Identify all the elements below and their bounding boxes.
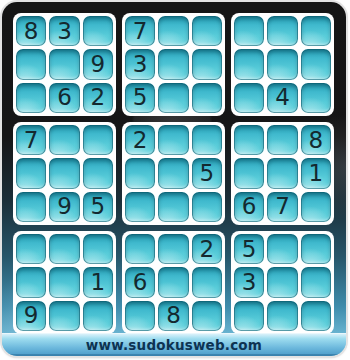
- cell-r1c1[interactable]: 8: [16, 16, 46, 46]
- cell-r9c4[interactable]: [125, 301, 155, 331]
- cell-r9c1[interactable]: 9: [16, 301, 46, 331]
- cell-r6c8[interactable]: 7: [267, 192, 297, 222]
- cell-r4c1[interactable]: 7: [16, 125, 46, 155]
- cell-r5c9[interactable]: 1: [301, 158, 331, 188]
- cell-r9c7[interactable]: [234, 301, 264, 331]
- box-6: 8167: [231, 122, 334, 225]
- cell-r2c3[interactable]: 9: [83, 49, 113, 79]
- cell-r5c1[interactable]: [16, 158, 46, 188]
- cell-r3c7[interactable]: [234, 83, 264, 113]
- cell-r3c3[interactable]: 2: [83, 83, 113, 113]
- cell-r8c9[interactable]: [301, 267, 331, 297]
- box-4: 795: [13, 122, 116, 225]
- cell-r1c3[interactable]: [83, 16, 113, 46]
- cell-r8c8[interactable]: [267, 267, 297, 297]
- cell-r7c3[interactable]: [83, 234, 113, 264]
- cell-r4c6[interactable]: [192, 125, 222, 155]
- cell-r5c7[interactable]: [234, 158, 264, 188]
- box-3: 4: [231, 13, 334, 116]
- cell-r5c2[interactable]: [49, 158, 79, 188]
- cell-r3c6[interactable]: [192, 83, 222, 113]
- cell-r6c7[interactable]: 6: [234, 192, 264, 222]
- cell-r4c5[interactable]: [158, 125, 188, 155]
- cell-r4c4[interactable]: 2: [125, 125, 155, 155]
- cell-r1c2[interactable]: 3: [49, 16, 79, 46]
- cell-r8c1[interactable]: [16, 267, 46, 297]
- cell-r6c6[interactable]: [192, 192, 222, 222]
- cell-r6c2[interactable]: 9: [49, 192, 79, 222]
- cell-r3c4[interactable]: 5: [125, 83, 155, 113]
- cell-r9c5[interactable]: 8: [158, 301, 188, 331]
- cell-r9c2[interactable]: [49, 301, 79, 331]
- cell-r2c6[interactable]: [192, 49, 222, 79]
- cell-r3c9[interactable]: [301, 83, 331, 113]
- cell-r2c2[interactable]: [49, 49, 79, 79]
- cell-r5c4[interactable]: [125, 158, 155, 188]
- cell-r7c8[interactable]: [267, 234, 297, 264]
- cell-r1c6[interactable]: [192, 16, 222, 46]
- cell-r3c8[interactable]: 4: [267, 83, 297, 113]
- cell-r6c1[interactable]: [16, 192, 46, 222]
- cell-r6c4[interactable]: [125, 192, 155, 222]
- box-8: 268: [122, 231, 225, 334]
- cell-r2c1[interactable]: [16, 49, 46, 79]
- cell-r3c2[interactable]: 6: [49, 83, 79, 113]
- cell-r8c2[interactable]: [49, 267, 79, 297]
- cell-r4c3[interactable]: [83, 125, 113, 155]
- cell-r4c7[interactable]: [234, 125, 264, 155]
- cell-r7c4[interactable]: [125, 234, 155, 264]
- cell-r4c2[interactable]: [49, 125, 79, 155]
- box-2: 735: [122, 13, 225, 116]
- cell-r1c5[interactable]: [158, 16, 188, 46]
- cell-r1c8[interactable]: [267, 16, 297, 46]
- cell-r3c5[interactable]: [158, 83, 188, 113]
- cell-r8c5[interactable]: [158, 267, 188, 297]
- cell-r8c4[interactable]: 6: [125, 267, 155, 297]
- cell-r5c5[interactable]: [158, 158, 188, 188]
- cell-r2c8[interactable]: [267, 49, 297, 79]
- cell-r9c8[interactable]: [267, 301, 297, 331]
- cell-r7c6[interactable]: 2: [192, 234, 222, 264]
- cell-r7c9[interactable]: [301, 234, 331, 264]
- cell-r9c6[interactable]: [192, 301, 222, 331]
- sudoku-board: 8396273547952581671926853 www.sudokusweb…: [2, 2, 346, 356]
- cell-r8c6[interactable]: [192, 267, 222, 297]
- box-1: 83962: [13, 13, 116, 116]
- sudoku-grid: 8396273547952581671926853: [13, 13, 334, 334]
- box-7: 19: [13, 231, 116, 334]
- cell-r8c3[interactable]: 1: [83, 267, 113, 297]
- site-url[interactable]: www.sudokusweb.com: [86, 337, 262, 353]
- cell-r7c2[interactable]: [49, 234, 79, 264]
- cell-r1c7[interactable]: [234, 16, 264, 46]
- cell-r4c8[interactable]: [267, 125, 297, 155]
- cell-r8c7[interactable]: 3: [234, 267, 264, 297]
- cell-r6c9[interactable]: [301, 192, 331, 222]
- cell-r7c5[interactable]: [158, 234, 188, 264]
- cell-r5c6[interactable]: 5: [192, 158, 222, 188]
- cell-r5c8[interactable]: [267, 158, 297, 188]
- cell-r5c3[interactable]: [83, 158, 113, 188]
- cell-r2c7[interactable]: [234, 49, 264, 79]
- footer-bar: www.sudokusweb.com: [2, 333, 346, 356]
- cell-r6c3[interactable]: 5: [83, 192, 113, 222]
- cell-r9c3[interactable]: [83, 301, 113, 331]
- box-5: 25: [122, 122, 225, 225]
- cell-r7c1[interactable]: [16, 234, 46, 264]
- box-9: 53: [231, 231, 334, 334]
- cell-r1c4[interactable]: 7: [125, 16, 155, 46]
- cell-r6c5[interactable]: [158, 192, 188, 222]
- cell-r7c7[interactable]: 5: [234, 234, 264, 264]
- cell-r3c1[interactable]: [16, 83, 46, 113]
- cell-r1c9[interactable]: [301, 16, 331, 46]
- cell-r4c9[interactable]: 8: [301, 125, 331, 155]
- cell-r2c9[interactable]: [301, 49, 331, 79]
- cell-r9c9[interactable]: [301, 301, 331, 331]
- cell-r2c5[interactable]: [158, 49, 188, 79]
- cell-r2c4[interactable]: 3: [125, 49, 155, 79]
